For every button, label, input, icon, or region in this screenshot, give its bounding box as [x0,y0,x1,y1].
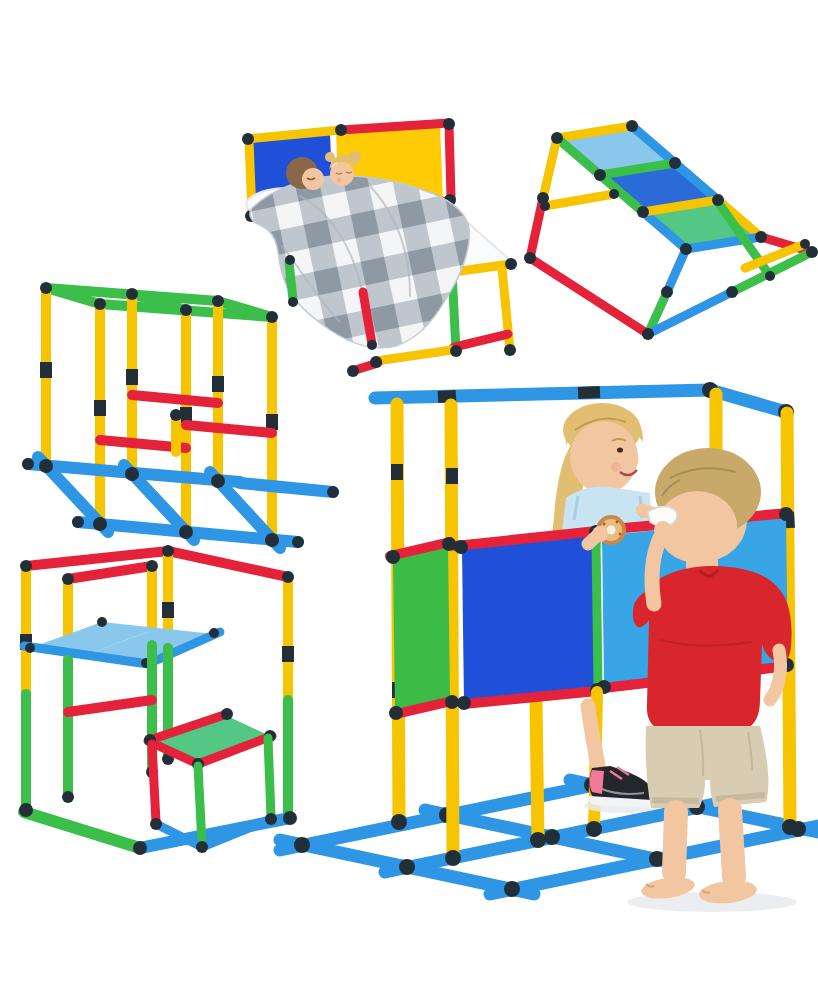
crawl-climber-structure [524,120,818,340]
girl-face [570,421,638,493]
scene-canvas [0,0,818,1000]
fort-royal-blue-panel [462,534,597,703]
plaid-comforter [250,176,469,348]
fort-green-panel [393,546,450,712]
desk-structure [19,545,297,855]
product-image [0,0,818,1000]
bed-structure [242,118,517,377]
climbing-frame-structure [22,282,339,548]
fort-structure [280,382,818,912]
